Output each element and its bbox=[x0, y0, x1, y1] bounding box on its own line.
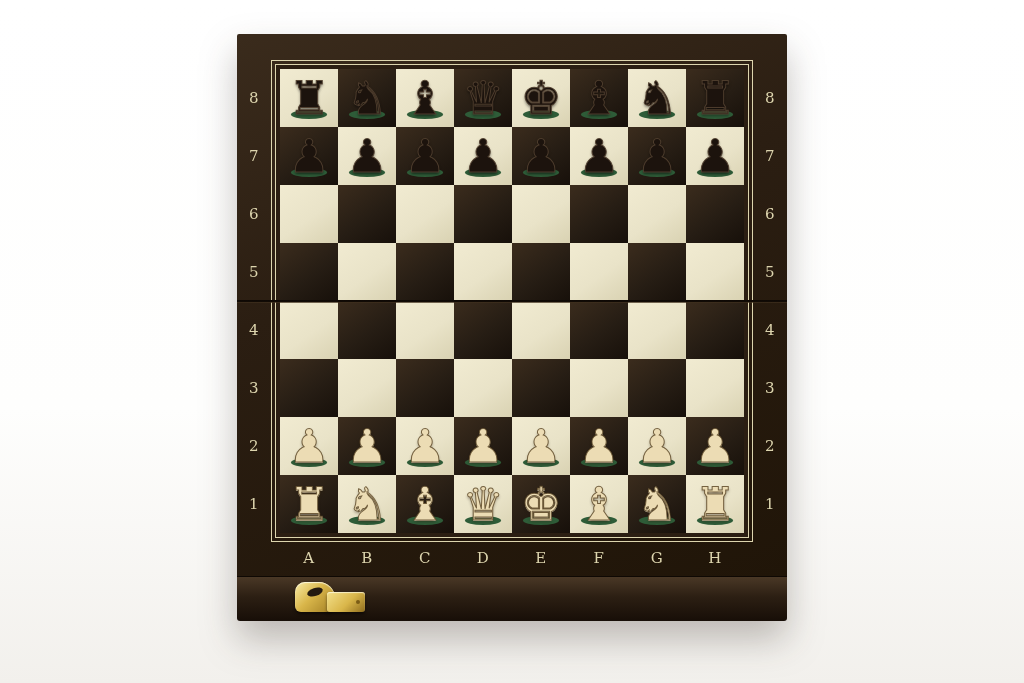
piece-black-bishop[interactable]: ♝ bbox=[578, 75, 619, 121]
rank-label-right-2: 2 bbox=[753, 417, 787, 475]
square-g1[interactable]: ♞ bbox=[628, 475, 686, 533]
square-b8[interactable]: ♞ bbox=[338, 69, 396, 127]
piece-black-queen[interactable]: ♛ bbox=[462, 75, 503, 121]
rank-label-left-3: 3 bbox=[237, 359, 271, 417]
square-c4[interactable] bbox=[396, 301, 454, 359]
rank-label-right-3: 3 bbox=[753, 359, 787, 417]
piece-black-pawn[interactable]: ♟ bbox=[694, 133, 735, 179]
square-h1[interactable]: ♜ bbox=[686, 475, 744, 533]
square-g8[interactable]: ♞ bbox=[628, 69, 686, 127]
file-label-d: D bbox=[454, 542, 512, 576]
piece-white-knight[interactable]: ♞ bbox=[636, 481, 677, 527]
rank-label-left-6: 6 bbox=[237, 185, 271, 243]
square-a8[interactable]: ♜ bbox=[280, 69, 338, 127]
piece-black-rook[interactable]: ♜ bbox=[694, 75, 735, 121]
square-b6[interactable] bbox=[338, 185, 396, 243]
square-a2[interactable]: ♟ bbox=[280, 417, 338, 475]
square-e7[interactable]: ♟ bbox=[512, 127, 570, 185]
square-a7[interactable]: ♟ bbox=[280, 127, 338, 185]
square-b2[interactable]: ♟ bbox=[338, 417, 396, 475]
square-f2[interactable]: ♟ bbox=[570, 417, 628, 475]
box-side bbox=[237, 576, 787, 621]
square-d1[interactable]: ♛ bbox=[454, 475, 512, 533]
square-d8[interactable]: ♛ bbox=[454, 69, 512, 127]
square-c3[interactable] bbox=[396, 359, 454, 417]
piece-white-pawn[interactable]: ♟ bbox=[346, 423, 387, 469]
photo-scene: 87654321 ♜♞♝♛♚♝♞♜♟♟♟♟♟♟♟♟♟♟♟♟♟♟♟♟♜♞♝♛♚♝♞… bbox=[0, 0, 1024, 683]
rank-label-left-8: 8 bbox=[237, 69, 271, 127]
square-g7[interactable]: ♟ bbox=[628, 127, 686, 185]
board-grid: ♜♞♝♛♚♝♞♜♟♟♟♟♟♟♟♟♟♟♟♟♟♟♟♟♜♞♝♛♚♝♞♜ bbox=[280, 69, 744, 533]
piece-white-pawn[interactable]: ♟ bbox=[404, 423, 445, 469]
square-e1[interactable]: ♚ bbox=[512, 475, 570, 533]
brass-clasp-icon bbox=[295, 582, 369, 616]
rank-labels-right: 87654321 bbox=[753, 60, 787, 542]
piece-white-pawn[interactable]: ♟ bbox=[462, 423, 503, 469]
rank-label-right-6: 6 bbox=[753, 185, 787, 243]
file-label-c: C bbox=[396, 542, 454, 576]
rank-label-right-8: 8 bbox=[753, 69, 787, 127]
rank-label-right-5: 5 bbox=[753, 243, 787, 301]
piece-white-rook[interactable]: ♜ bbox=[288, 481, 329, 527]
square-e3[interactable] bbox=[512, 359, 570, 417]
piece-black-pawn[interactable]: ♟ bbox=[462, 133, 503, 179]
rank-label-left-7: 7 bbox=[237, 127, 271, 185]
chess-set: 87654321 ♜♞♝♛♚♝♞♜♟♟♟♟♟♟♟♟♟♟♟♟♟♟♟♟♜♞♝♛♚♝♞… bbox=[237, 34, 787, 621]
clasp-plate bbox=[327, 592, 365, 612]
piece-white-pawn[interactable]: ♟ bbox=[636, 423, 677, 469]
square-b4[interactable] bbox=[338, 301, 396, 359]
rank-labels-left: 87654321 bbox=[237, 60, 271, 542]
piece-white-pawn[interactable]: ♟ bbox=[288, 423, 329, 469]
square-b5[interactable] bbox=[338, 243, 396, 301]
square-c6[interactable] bbox=[396, 185, 454, 243]
piece-black-pawn[interactable]: ♟ bbox=[520, 133, 561, 179]
square-e5[interactable] bbox=[512, 243, 570, 301]
square-f1[interactable]: ♝ bbox=[570, 475, 628, 533]
piece-black-knight[interactable]: ♞ bbox=[636, 75, 677, 121]
piece-white-pawn[interactable]: ♟ bbox=[694, 423, 735, 469]
square-a5[interactable] bbox=[280, 243, 338, 301]
square-c5[interactable] bbox=[396, 243, 454, 301]
square-d6[interactable] bbox=[454, 185, 512, 243]
file-label-g: G bbox=[628, 542, 686, 576]
piece-black-knight[interactable]: ♞ bbox=[346, 75, 387, 121]
square-h3[interactable] bbox=[686, 359, 744, 417]
rank-label-left-5: 5 bbox=[237, 243, 271, 301]
piece-black-king[interactable]: ♚ bbox=[520, 75, 561, 121]
square-c2[interactable]: ♟ bbox=[396, 417, 454, 475]
square-d2[interactable]: ♟ bbox=[454, 417, 512, 475]
piece-white-bishop[interactable]: ♝ bbox=[578, 481, 619, 527]
rank-label-left-4: 4 bbox=[237, 301, 271, 359]
square-c1[interactable]: ♝ bbox=[396, 475, 454, 533]
square-f8[interactable]: ♝ bbox=[570, 69, 628, 127]
piece-white-knight[interactable]: ♞ bbox=[346, 481, 387, 527]
square-g2[interactable]: ♟ bbox=[628, 417, 686, 475]
square-g6[interactable] bbox=[628, 185, 686, 243]
rank-label-left-1: 1 bbox=[237, 475, 271, 533]
square-h5[interactable] bbox=[686, 243, 744, 301]
square-e2[interactable]: ♟ bbox=[512, 417, 570, 475]
square-h8[interactable]: ♜ bbox=[686, 69, 744, 127]
square-h2[interactable]: ♟ bbox=[686, 417, 744, 475]
square-e8[interactable]: ♚ bbox=[512, 69, 570, 127]
piece-black-pawn[interactable]: ♟ bbox=[288, 133, 329, 179]
square-h6[interactable] bbox=[686, 185, 744, 243]
square-a3[interactable] bbox=[280, 359, 338, 417]
square-b3[interactable] bbox=[338, 359, 396, 417]
file-label-b: B bbox=[338, 542, 396, 576]
square-g5[interactable] bbox=[628, 243, 686, 301]
square-d5[interactable] bbox=[454, 243, 512, 301]
square-g4[interactable] bbox=[628, 301, 686, 359]
piece-white-king[interactable]: ♚ bbox=[520, 481, 561, 527]
piece-white-rook[interactable]: ♜ bbox=[694, 481, 735, 527]
square-b1[interactable]: ♞ bbox=[338, 475, 396, 533]
file-label-h: H bbox=[686, 542, 744, 576]
piece-black-pawn[interactable]: ♟ bbox=[404, 133, 445, 179]
square-d7[interactable]: ♟ bbox=[454, 127, 512, 185]
rank-label-right-4: 4 bbox=[753, 301, 787, 359]
square-f3[interactable] bbox=[570, 359, 628, 417]
square-g3[interactable] bbox=[628, 359, 686, 417]
board-frame: 87654321 ♜♞♝♛♚♝♞♜♟♟♟♟♟♟♟♟♟♟♟♟♟♟♟♟♜♞♝♛♚♝♞… bbox=[237, 34, 787, 576]
piece-white-pawn[interactable]: ♟ bbox=[520, 423, 561, 469]
square-b7[interactable]: ♟ bbox=[338, 127, 396, 185]
rank-label-left-2: 2 bbox=[237, 417, 271, 475]
piece-black-pawn[interactable]: ♟ bbox=[346, 133, 387, 179]
square-h4[interactable] bbox=[686, 301, 744, 359]
square-a4[interactable] bbox=[280, 301, 338, 359]
square-e4[interactable] bbox=[512, 301, 570, 359]
file-label-a: A bbox=[280, 542, 338, 576]
square-a1[interactable]: ♜ bbox=[280, 475, 338, 533]
piece-black-pawn[interactable]: ♟ bbox=[636, 133, 677, 179]
square-f4[interactable] bbox=[570, 301, 628, 359]
piece-black-bishop[interactable]: ♝ bbox=[404, 75, 445, 121]
square-f7[interactable]: ♟ bbox=[570, 127, 628, 185]
square-a6[interactable] bbox=[280, 185, 338, 243]
square-h7[interactable]: ♟ bbox=[686, 127, 744, 185]
square-c7[interactable]: ♟ bbox=[396, 127, 454, 185]
file-label-f: F bbox=[570, 542, 628, 576]
square-d4[interactable] bbox=[454, 301, 512, 359]
file-label-e: E bbox=[512, 542, 570, 576]
square-f6[interactable] bbox=[570, 185, 628, 243]
piece-white-pawn[interactable]: ♟ bbox=[578, 423, 619, 469]
piece-white-queen[interactable]: ♛ bbox=[462, 481, 503, 527]
rank-label-right-1: 1 bbox=[753, 475, 787, 533]
file-labels: ABCDEFGH bbox=[280, 542, 744, 576]
pinstripe-border: ♜♞♝♛♚♝♞♜♟♟♟♟♟♟♟♟♟♟♟♟♟♟♟♟♜♞♝♛♚♝♞♜ bbox=[271, 60, 753, 542]
piece-white-bishop[interactable]: ♝ bbox=[404, 481, 445, 527]
square-e6[interactable] bbox=[512, 185, 570, 243]
piece-black-rook[interactable]: ♜ bbox=[288, 75, 329, 121]
rank-label-right-7: 7 bbox=[753, 127, 787, 185]
square-c8[interactable]: ♝ bbox=[396, 69, 454, 127]
square-f5[interactable] bbox=[570, 243, 628, 301]
square-d3[interactable] bbox=[454, 359, 512, 417]
piece-black-pawn[interactable]: ♟ bbox=[578, 133, 619, 179]
